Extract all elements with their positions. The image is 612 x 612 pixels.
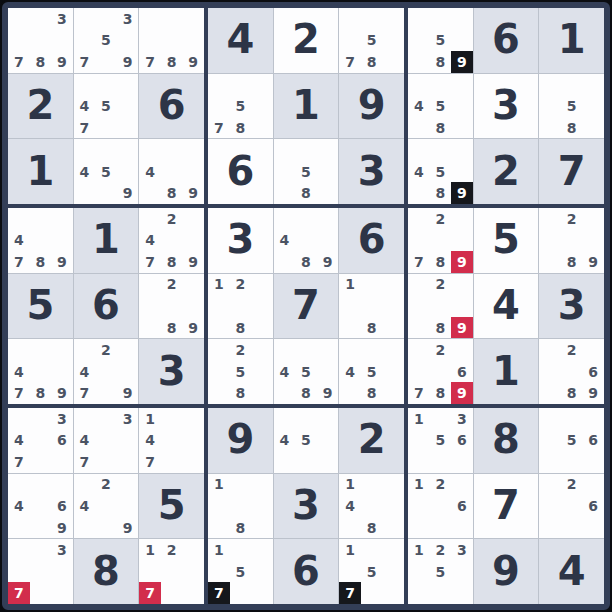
cell-r4c8[interactable]: 5	[474, 208, 539, 273]
note-empty	[8, 339, 30, 361]
notes-grid: 3579	[74, 8, 139, 73]
note-empty	[430, 495, 452, 517]
note-empty	[161, 451, 183, 473]
note-empty	[208, 382, 230, 404]
note-6: 6	[51, 495, 73, 517]
note-1: 1	[208, 539, 230, 561]
cell-r7c3[interactable]: 147	[139, 408, 204, 473]
cell-r4c9[interactable]: 289	[539, 208, 604, 273]
cell-r8c1[interactable]: 469	[8, 474, 73, 539]
note-empty	[361, 495, 383, 517]
cell-r6c2[interactable]: 2479	[74, 339, 139, 404]
note-8: 8	[230, 117, 252, 139]
note-2: 2	[430, 208, 452, 230]
cell-r3c7[interactable]: 4589	[408, 139, 473, 204]
cell-r8c7[interactable]: 126	[408, 474, 473, 539]
cell-r4c3[interactable]: 24789	[139, 208, 204, 273]
cell-r3c1[interactable]: 1	[8, 139, 73, 204]
cell-value: 5	[158, 485, 186, 525]
note-2: 2	[430, 339, 452, 361]
note-empty	[139, 295, 161, 317]
note-5: 5	[230, 361, 252, 383]
cell-value: 1	[26, 151, 54, 191]
note-empty	[95, 8, 117, 30]
note-8: 8	[430, 51, 452, 73]
note-empty	[408, 317, 430, 339]
cell-r4c5[interactable]: 489	[274, 208, 339, 273]
cell-r1c9[interactable]: 1	[539, 8, 604, 73]
cell-value: 7	[558, 151, 586, 191]
box-5: 348961287182584589458	[208, 208, 404, 404]
cell-r5c3[interactable]: 289	[139, 274, 204, 339]
note-empty	[161, 295, 183, 317]
note-empty	[30, 495, 52, 517]
notes-grid: 4789	[8, 208, 73, 273]
note-empty	[451, 208, 473, 230]
cell-r8c5[interactable]: 3	[274, 474, 339, 539]
note-empty	[451, 139, 473, 161]
cell-value: 3	[358, 151, 386, 191]
note-8: 8	[430, 182, 452, 204]
note-empty	[230, 539, 252, 561]
cell-r2c7[interactable]: 458	[408, 74, 473, 139]
notes-grid: 4589	[274, 339, 339, 404]
note-empty	[51, 474, 73, 496]
note-empty	[382, 51, 404, 73]
cell-r5c9[interactable]: 3	[539, 274, 604, 339]
cell-r8c3[interactable]: 5	[139, 474, 204, 539]
notes-grid: 4589	[408, 139, 473, 204]
note-empty	[230, 474, 252, 496]
cell-r4c7[interactable]: 2789	[408, 208, 473, 273]
cell-r9c7[interactable]: 1235	[408, 539, 473, 604]
note-empty	[51, 230, 73, 252]
notes-grid: 459	[74, 139, 139, 204]
note-empty	[8, 474, 30, 496]
note-empty	[539, 430, 561, 452]
note-1: 1	[339, 539, 361, 561]
notes-grid: 2789	[408, 208, 473, 273]
note-8: 8	[230, 517, 252, 539]
cell-r4c4[interactable]: 3	[208, 208, 273, 273]
note-1: 1	[139, 539, 161, 561]
note-empty	[408, 274, 430, 296]
note-empty	[408, 51, 430, 73]
note-empty	[51, 451, 73, 473]
note-4: 4	[74, 361, 96, 383]
note-empty	[295, 139, 317, 161]
note-empty	[539, 382, 561, 404]
cell-r4c6[interactable]: 6	[339, 208, 404, 273]
note-empty	[182, 582, 204, 604]
note-empty	[230, 295, 252, 317]
note-empty	[582, 95, 604, 117]
box-8: 94521831481576157	[208, 408, 404, 604]
note-empty	[451, 517, 473, 539]
note-5: 5	[361, 361, 383, 383]
note-empty	[430, 139, 452, 161]
cell-r1c6[interactable]: 578	[339, 8, 404, 73]
note-5: 5	[295, 161, 317, 183]
note-4: 4	[339, 495, 361, 517]
cell-r7c6[interactable]: 2	[339, 408, 404, 473]
notes-grid: 1235	[408, 539, 473, 604]
note-5: 5	[430, 30, 452, 52]
notes-grid: 289	[539, 208, 604, 273]
note-empty	[408, 451, 430, 473]
notes-grid: 147	[139, 408, 204, 473]
notes-grid: 157	[208, 539, 273, 604]
note-4: 4	[408, 161, 430, 183]
cell-r2c2[interactable]: 457	[74, 74, 139, 139]
note-empty	[51, 361, 73, 383]
note-9: 9	[51, 517, 73, 539]
note-3: 3	[451, 408, 473, 430]
note-empty	[382, 317, 404, 339]
note-empty	[208, 339, 230, 361]
note-empty	[117, 117, 139, 139]
cell-r3c3[interactable]: 489	[139, 139, 204, 204]
note-empty	[251, 582, 273, 604]
cell-r1c5[interactable]: 2	[274, 8, 339, 73]
note-empty	[8, 561, 30, 583]
note-empty	[182, 208, 204, 230]
note-empty	[208, 295, 230, 317]
cell-r3c2[interactable]: 459	[74, 139, 139, 204]
note-7: 7	[139, 582, 161, 604]
note-7: 7	[339, 51, 361, 73]
note-empty	[408, 339, 430, 361]
cell-r7c9[interactable]: 56	[539, 408, 604, 473]
cell-r2c1[interactable]: 2	[8, 74, 73, 139]
note-empty	[208, 517, 230, 539]
note-empty	[361, 474, 383, 496]
notes-grid: 58	[539, 74, 604, 139]
note-empty	[182, 408, 204, 430]
box-3: 58961458358458927	[408, 8, 604, 204]
note-4: 4	[139, 161, 161, 183]
notes-grid: 578	[339, 8, 404, 73]
note-empty	[582, 451, 604, 473]
note-empty	[382, 339, 404, 361]
note-6: 6	[451, 495, 473, 517]
note-5: 5	[430, 430, 452, 452]
note-empty	[274, 451, 296, 473]
note-empty	[382, 382, 404, 404]
note-empty	[408, 74, 430, 96]
note-5: 5	[430, 161, 452, 183]
cell-r5c4[interactable]: 128	[208, 274, 273, 339]
cell-r6c7[interactable]: 26789	[408, 339, 473, 404]
note-1: 1	[208, 474, 230, 496]
cell-value: 2	[358, 419, 386, 459]
note-empty	[408, 208, 430, 230]
note-empty	[95, 117, 117, 139]
note-empty	[251, 382, 273, 404]
note-3: 3	[117, 8, 139, 30]
notes-grid: 148	[339, 474, 404, 539]
cell-r9c5[interactable]: 6	[274, 539, 339, 604]
cell-r6c5[interactable]: 4589	[274, 339, 339, 404]
cell-r6c3[interactable]: 3	[139, 339, 204, 404]
note-empty	[8, 8, 30, 30]
cell-r9c6[interactable]: 157	[339, 539, 404, 604]
cell-r2c4[interactable]: 578	[208, 74, 273, 139]
note-empty	[30, 230, 52, 252]
cell-value: 4	[558, 551, 586, 591]
cell-r7c4[interactable]: 9	[208, 408, 273, 473]
note-6: 6	[582, 430, 604, 452]
note-empty	[117, 339, 139, 361]
cell-r9c2[interactable]: 8	[74, 539, 139, 604]
note-5: 5	[295, 361, 317, 383]
note-empty	[382, 361, 404, 383]
cell-r3c8[interactable]: 2	[474, 139, 539, 204]
note-empty	[382, 295, 404, 317]
note-8: 8	[561, 382, 583, 404]
note-empty	[182, 561, 204, 583]
note-empty	[339, 339, 361, 361]
cell-r3c4[interactable]: 6	[208, 139, 273, 204]
note-empty	[182, 30, 204, 52]
note-3: 3	[117, 408, 139, 430]
note-empty	[382, 582, 404, 604]
note-empty	[117, 95, 139, 117]
note-empty	[117, 474, 139, 496]
note-empty	[539, 208, 561, 230]
box-1: 37893579789245761459489	[8, 8, 204, 204]
notes-grid: 157	[339, 539, 404, 604]
notes-grid: 18	[339, 274, 404, 339]
note-empty	[161, 8, 183, 30]
notes-grid: 45	[274, 408, 339, 473]
note-empty	[539, 95, 561, 117]
cell-r2c5[interactable]: 1	[274, 74, 339, 139]
note-9: 9	[182, 182, 204, 204]
notes-grid: 458	[408, 74, 473, 139]
cell-r4c2[interactable]: 1	[74, 208, 139, 273]
note-empty	[382, 495, 404, 517]
note-4: 4	[408, 95, 430, 117]
cell-r1c8[interactable]: 6	[474, 8, 539, 73]
notes-grid: 3467	[8, 408, 73, 473]
cell-r6c8[interactable]: 1	[474, 339, 539, 404]
note-empty	[582, 408, 604, 430]
note-empty	[182, 295, 204, 317]
cell-r5c6[interactable]: 18	[339, 274, 404, 339]
cell-r9c4[interactable]: 157	[208, 539, 273, 604]
cell-r8c4[interactable]: 18	[208, 474, 273, 539]
note-empty	[51, 339, 73, 361]
note-empty	[539, 339, 561, 361]
note-empty	[117, 30, 139, 52]
note-empty	[382, 561, 404, 583]
cell-r8c8[interactable]: 7	[474, 474, 539, 539]
cell-r2c3[interactable]: 6	[139, 74, 204, 139]
note-8: 8	[295, 251, 317, 273]
note-8: 8	[361, 317, 383, 339]
cell-value: 8	[492, 419, 520, 459]
note-empty	[430, 517, 452, 539]
note-empty	[582, 517, 604, 539]
note-empty	[408, 182, 430, 204]
note-9: 9	[51, 251, 73, 273]
note-empty	[408, 30, 430, 52]
note-9: 9	[117, 182, 139, 204]
note-empty	[182, 451, 204, 473]
note-empty	[561, 74, 583, 96]
cell-r3c9[interactable]: 7	[539, 139, 604, 204]
cell-r1c2[interactable]: 3579	[74, 8, 139, 73]
cell-r7c2[interactable]: 347	[74, 408, 139, 473]
cell-r2c9[interactable]: 58	[539, 74, 604, 139]
note-4: 4	[74, 95, 96, 117]
note-empty	[451, 230, 473, 252]
notes-grid: 457	[74, 74, 139, 139]
cell-r5c7[interactable]: 289	[408, 274, 473, 339]
note-9: 9	[451, 382, 473, 404]
cell-r6c6[interactable]: 458	[339, 339, 404, 404]
cell-r6c9[interactable]: 2689	[539, 339, 604, 404]
note-empty	[274, 139, 296, 161]
note-empty	[317, 430, 339, 452]
notes-grid: 249	[74, 474, 139, 539]
cell-r1c7[interactable]: 589	[408, 8, 473, 73]
note-empty	[251, 74, 273, 96]
note-3: 3	[51, 8, 73, 30]
cell-r9c8[interactable]: 9	[474, 539, 539, 604]
note-8: 8	[430, 382, 452, 404]
cell-r3c6[interactable]: 3	[339, 139, 404, 204]
note-8: 8	[161, 317, 183, 339]
cell-r4c1[interactable]: 4789	[8, 208, 73, 273]
note-9: 9	[451, 182, 473, 204]
cell-r7c1[interactable]: 3467	[8, 408, 73, 473]
cell-r5c8[interactable]: 4	[474, 274, 539, 339]
note-empty	[117, 495, 139, 517]
note-empty	[274, 161, 296, 183]
note-empty	[161, 430, 183, 452]
note-8: 8	[430, 317, 452, 339]
cell-value: 6	[226, 151, 254, 191]
note-empty	[117, 430, 139, 452]
cell-r1c3[interactable]: 789	[139, 8, 204, 73]
note-empty	[139, 561, 161, 583]
note-empty	[51, 30, 73, 52]
notes-grid: 58	[274, 139, 339, 204]
note-7: 7	[8, 382, 30, 404]
note-6: 6	[582, 361, 604, 383]
notes-grid: 26	[539, 474, 604, 539]
note-empty	[74, 339, 96, 361]
cell-r7c7[interactable]: 1356	[408, 408, 473, 473]
cell-r5c5[interactable]: 7	[274, 274, 339, 339]
note-empty	[408, 117, 430, 139]
note-4: 4	[8, 361, 30, 383]
note-empty	[382, 274, 404, 296]
note-2: 2	[430, 474, 452, 496]
note-5: 5	[561, 430, 583, 452]
note-empty	[451, 30, 473, 52]
note-empty	[95, 495, 117, 517]
note-empty	[30, 430, 52, 452]
notes-grid: 289	[408, 274, 473, 339]
cell-r7c8[interactable]: 8	[474, 408, 539, 473]
notes-grid: 18	[208, 474, 273, 539]
cell-value: 6	[158, 85, 186, 125]
notes-grid: 3789	[8, 8, 73, 73]
cell-r2c6[interactable]: 9	[339, 74, 404, 139]
note-empty	[430, 230, 452, 252]
note-3: 3	[51, 539, 73, 561]
note-empty	[539, 251, 561, 273]
note-2: 2	[161, 539, 183, 561]
cell-r9c9[interactable]: 4	[539, 539, 604, 604]
note-9: 9	[451, 51, 473, 73]
note-empty	[317, 408, 339, 430]
cell-r8c6[interactable]: 148	[339, 474, 404, 539]
cell-value: 1	[492, 351, 520, 391]
note-empty	[582, 117, 604, 139]
note-empty	[339, 317, 361, 339]
cell-r9c1[interactable]: 37	[8, 539, 73, 604]
notes-grid: 127	[139, 539, 204, 604]
note-empty	[251, 361, 273, 383]
notes-grid: 2689	[539, 339, 604, 404]
note-empty	[339, 295, 361, 317]
note-5: 5	[95, 30, 117, 52]
box-6: 27895289289432678912689	[408, 208, 604, 404]
note-2: 2	[230, 339, 252, 361]
note-8: 8	[161, 182, 183, 204]
cell-r8c2[interactable]: 249	[74, 474, 139, 539]
cell-value: 1	[558, 19, 586, 59]
cell-r6c4[interactable]: 258	[208, 339, 273, 404]
note-empty	[117, 451, 139, 473]
note-8: 8	[361, 382, 383, 404]
note-empty	[408, 582, 430, 604]
note-9: 9	[182, 317, 204, 339]
note-empty	[451, 339, 473, 361]
cell-r2c8[interactable]: 3	[474, 74, 539, 139]
cell-r1c1[interactable]: 3789	[8, 8, 73, 73]
cell-value: 4	[492, 285, 520, 325]
cell-value: 6	[492, 19, 520, 59]
note-empty	[251, 95, 273, 117]
cell-r8c9[interactable]: 26	[539, 474, 604, 539]
note-3: 3	[51, 408, 73, 430]
cell-r5c2[interactable]: 6	[74, 274, 139, 339]
cell-r1c4[interactable]: 4	[208, 8, 273, 73]
note-empty	[408, 517, 430, 539]
note-empty	[451, 117, 473, 139]
note-empty	[408, 361, 430, 383]
note-empty	[430, 451, 452, 473]
note-2: 2	[95, 339, 117, 361]
cell-r9c3[interactable]: 127	[139, 539, 204, 604]
note-empty	[95, 430, 117, 452]
note-empty	[361, 339, 383, 361]
note-9: 9	[117, 517, 139, 539]
cell-r5c1[interactable]: 5	[8, 274, 73, 339]
cell-r6c1[interactable]: 4789	[8, 339, 73, 404]
note-4: 4	[274, 430, 296, 452]
note-2: 2	[561, 474, 583, 496]
cell-r7c5[interactable]: 45	[274, 408, 339, 473]
notes-grid: 56	[539, 408, 604, 473]
cell-r3c5[interactable]: 58	[274, 139, 339, 204]
note-empty	[561, 230, 583, 252]
